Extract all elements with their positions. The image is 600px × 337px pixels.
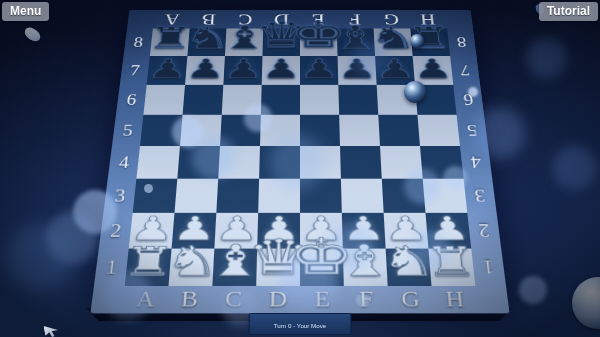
pawn-glyph: ♟ [223, 56, 263, 82]
pawn-glyph: ♟ [185, 56, 226, 82]
rank-label-right-6: 6 [453, 85, 484, 115]
piece-black-pawn-h7[interactable]: ♟ [413, 56, 453, 82]
square-c3[interactable] [216, 179, 259, 213]
square-e4[interactable] [300, 146, 341, 179]
square-e1[interactable] [300, 249, 344, 286]
square-a6[interactable] [143, 85, 185, 115]
square-e2[interactable] [300, 213, 343, 249]
square-d1[interactable] [256, 249, 300, 286]
square-h2[interactable] [425, 213, 471, 249]
tutorial-button[interactable]: Tutorial [539, 2, 598, 21]
piece-black-pawn-e7[interactable]: ♟ [300, 56, 338, 82]
pawn-glyph: ♟ [374, 56, 415, 82]
square-c4[interactable] [218, 146, 260, 179]
square-h6[interactable] [415, 85, 457, 115]
rank-label-right-3: 3 [464, 179, 497, 213]
square-a2[interactable] [129, 213, 175, 249]
square-h4[interactable] [420, 146, 464, 179]
rook-glyph: ♜ [406, 24, 454, 54]
square-c1[interactable] [212, 249, 257, 286]
bokeh-light [527, 38, 567, 78]
square-g1[interactable] [386, 249, 432, 286]
square-f3[interactable] [341, 179, 384, 213]
bokeh-light [46, 212, 98, 264]
square-h5[interactable] [417, 115, 460, 146]
white-debris-shard [22, 25, 42, 43]
square-d2[interactable] [257, 213, 300, 249]
square-b3[interactable] [175, 179, 219, 213]
square-e5[interactable] [300, 115, 340, 146]
rank-label-left-6: 6 [116, 85, 147, 115]
square-d5[interactable] [260, 115, 300, 146]
file-label-near-f: F [344, 286, 389, 313]
file-label-near-g: G [388, 286, 434, 313]
pawn-glyph: ♟ [299, 56, 338, 82]
square-e6[interactable] [300, 85, 339, 115]
bokeh-light [6, 224, 74, 292]
square-f1[interactable] [343, 249, 388, 286]
square-h3[interactable] [423, 179, 468, 213]
game-screen: AABBCCDDEEFFGGHH8877665544332211 ♜♞♝♛♚♝♞… [0, 0, 600, 337]
pawn-glyph: ♟ [412, 56, 454, 82]
piece-black-pawn-a7[interactable]: ♟ [147, 56, 187, 82]
rank-label-right-4: 4 [460, 146, 492, 179]
file-label-near-e: E [300, 286, 345, 313]
piece-black-pawn-b7[interactable]: ♟ [185, 56, 225, 82]
square-d3[interactable] [258, 179, 300, 213]
square-b6[interactable] [183, 85, 224, 115]
square-g2[interactable] [384, 213, 429, 249]
piece-black-pawn-d7[interactable]: ♟ [262, 56, 300, 82]
file-label-near-d: D [255, 286, 300, 313]
silver-ball [572, 277, 600, 329]
square-g3[interactable] [382, 179, 426, 213]
chess-board: AABBCCDDEEFFGGHH8877665544332211 ♜♞♝♛♚♝♞… [90, 10, 509, 313]
file-label-near-c: C [211, 286, 256, 313]
bokeh-light [519, 276, 547, 304]
square-b4[interactable] [177, 146, 220, 179]
square-f4[interactable] [340, 146, 382, 179]
piece-black-pawn-c7[interactable]: ♟ [224, 56, 263, 82]
piece-black-pawn-g7[interactable]: ♟ [375, 56, 415, 82]
square-e3[interactable] [300, 179, 342, 213]
turn-indicator-text: Turn 0 - Your Move [274, 322, 327, 329]
rank-label-left-2: 2 [99, 213, 133, 249]
square-c6[interactable] [222, 85, 262, 115]
square-b1[interactable] [168, 249, 214, 286]
rank-label-left-5: 5 [112, 115, 143, 146]
pawn-glyph: ♟ [146, 56, 188, 82]
square-g4[interactable] [380, 146, 423, 179]
square-d4[interactable] [259, 146, 300, 179]
square-f5[interactable] [339, 115, 380, 146]
turn-indicator: Turn 0 - Your Move [249, 313, 352, 335]
file-label-near-b: B [166, 286, 212, 313]
square-a1[interactable] [125, 249, 172, 286]
piece-black-pawn-f7[interactable]: ♟ [338, 56, 377, 82]
square-f2[interactable] [342, 213, 386, 249]
rank-label-left-1: 1 [94, 249, 129, 286]
square-a3[interactable] [133, 179, 178, 213]
pawn-glyph: ♟ [337, 56, 377, 82]
square-g5[interactable] [378, 115, 420, 146]
rank-label-right-7: 7 [450, 56, 480, 85]
square-c2[interactable] [214, 213, 258, 249]
bokeh-light [553, 146, 597, 190]
rank-label-left-3: 3 [103, 179, 136, 213]
pawn-glyph: ♟ [261, 56, 300, 82]
mouse-cursor [43, 323, 60, 337]
square-g6[interactable] [377, 85, 418, 115]
square-h1[interactable] [428, 249, 475, 286]
square-d6[interactable] [261, 85, 300, 115]
file-label-near-a: A [122, 286, 169, 313]
square-a5[interactable] [140, 115, 183, 146]
square-c5[interactable] [220, 115, 261, 146]
file-label-near-h: H [432, 286, 479, 313]
square-a4[interactable] [136, 146, 180, 179]
rank-label-right-2: 2 [467, 213, 501, 249]
piece-black-rook-h8[interactable]: ♜ [410, 24, 450, 54]
menu-button[interactable]: Menu [2, 2, 49, 21]
rank-label-right-5: 5 [457, 115, 488, 146]
square-f6[interactable] [338, 85, 378, 115]
rank-label-right-1: 1 [471, 249, 506, 286]
square-b5[interactable] [180, 115, 222, 146]
square-b2[interactable] [172, 213, 217, 249]
rank-label-left-4: 4 [108, 146, 140, 179]
